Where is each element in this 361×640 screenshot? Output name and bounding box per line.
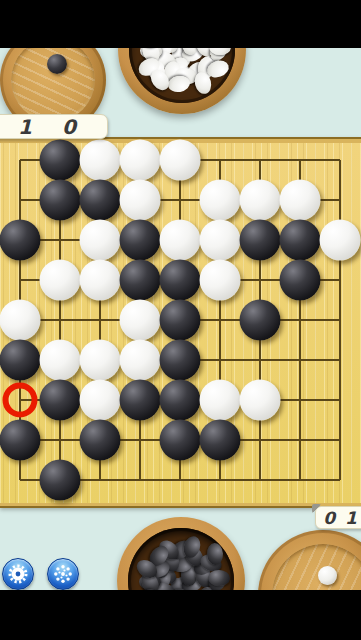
board-point[interactable] — [120, 300, 160, 340]
black-stone — [160, 420, 201, 461]
board-point[interactable] — [160, 420, 200, 460]
black-bowl-stone — [208, 569, 231, 586]
white-stone — [320, 220, 361, 261]
board-point[interactable] — [120, 220, 160, 260]
board-point[interactable] — [200, 420, 240, 460]
white-stone — [120, 340, 161, 381]
black-stone — [160, 380, 201, 421]
board-point[interactable] — [280, 340, 320, 380]
board-point[interactable] — [40, 180, 80, 220]
board-point[interactable] — [200, 300, 240, 340]
black-stone — [0, 420, 41, 461]
black-stone — [40, 460, 81, 501]
white-stone — [80, 340, 121, 381]
board-point[interactable] — [160, 260, 200, 300]
white-stone — [40, 340, 81, 381]
black-stone — [160, 260, 201, 301]
board-point[interactable] — [240, 300, 280, 340]
board-point[interactable] — [320, 140, 360, 180]
board-point[interactable] — [40, 300, 80, 340]
board-point[interactable] — [200, 220, 240, 260]
board-point[interactable] — [120, 140, 160, 180]
board-point[interactable] — [0, 340, 40, 380]
board-point[interactable] — [160, 180, 200, 220]
black-stone — [280, 220, 321, 261]
settings-button[interactable] — [2, 558, 34, 590]
board-point[interactable] — [40, 420, 80, 460]
black-bowl-stone — [206, 542, 223, 565]
white-stone — [280, 180, 321, 221]
board-point[interactable] — [80, 180, 120, 220]
board-point[interactable] — [240, 260, 280, 300]
board-point[interactable] — [240, 380, 280, 420]
board-point[interactable] — [120, 340, 160, 380]
bottom-capture-counter: 01 — [315, 506, 361, 529]
board-point[interactable] — [120, 260, 160, 300]
board-point[interactable] — [280, 380, 320, 420]
white-stone — [40, 260, 81, 301]
effects-button[interactable] — [47, 558, 79, 590]
top-capture-count: 10 — [18, 115, 106, 139]
board-point[interactable] — [0, 300, 40, 340]
board-point[interactable] — [240, 140, 280, 180]
white-stone — [200, 220, 241, 261]
letterbox-top — [0, 0, 361, 48]
black-stone — [160, 340, 201, 381]
red-circle-marker — [3, 383, 38, 418]
board-point[interactable] — [160, 140, 200, 180]
white-stone — [120, 140, 161, 181]
board-point[interactable] — [280, 180, 320, 220]
board-point[interactable] — [80, 380, 120, 420]
board-point[interactable] — [320, 300, 360, 340]
board-point[interactable] — [200, 380, 240, 420]
captured-white-stone — [318, 566, 337, 585]
board-point[interactable] — [240, 420, 280, 460]
board-point[interactable] — [320, 260, 360, 300]
white-stone — [80, 220, 121, 261]
black-stone — [240, 220, 281, 261]
board-point[interactable] — [160, 300, 200, 340]
white-stone — [240, 380, 281, 421]
board-point[interactable] — [40, 380, 80, 420]
board-point[interactable] — [120, 380, 160, 420]
black-stone — [40, 140, 81, 181]
white-stone — [80, 260, 121, 301]
board-point[interactable] — [80, 460, 120, 500]
board-point[interactable] — [0, 260, 40, 300]
black-stone — [120, 260, 161, 301]
board-point[interactable] — [320, 180, 360, 220]
black-stone — [0, 340, 41, 381]
board-point[interactable] — [120, 420, 160, 460]
board-point[interactable] — [40, 140, 80, 180]
black-stone — [0, 220, 41, 261]
white-stone — [80, 380, 121, 421]
white-stone — [160, 220, 201, 261]
board-point[interactable] — [40, 260, 80, 300]
go-board[interactable] — [0, 137, 361, 508]
black-stone — [40, 180, 81, 221]
board-point[interactable] — [80, 140, 120, 180]
board-point[interactable] — [240, 220, 280, 260]
bottom-capture-count: 01 — [323, 508, 361, 528]
board-point[interactable] — [240, 180, 280, 220]
board-point[interactable] — [80, 260, 120, 300]
lid-surface — [11, 38, 95, 122]
board-point[interactable] — [80, 220, 120, 260]
board-point[interactable] — [0, 380, 40, 420]
board-point[interactable] — [200, 180, 240, 220]
board-point[interactable] — [240, 460, 280, 500]
black-stone — [120, 220, 161, 261]
gear-icon — [6, 562, 30, 586]
board-point[interactable] — [280, 460, 320, 500]
board-point[interactable] — [0, 420, 40, 460]
board-point[interactable] — [160, 220, 200, 260]
board-point[interactable] — [0, 460, 40, 500]
board-point[interactable] — [40, 220, 80, 260]
board-point[interactable] — [320, 460, 360, 500]
board-point[interactable] — [40, 460, 80, 500]
black-stone — [80, 180, 121, 221]
black-stone — [280, 260, 321, 301]
white-stone — [200, 180, 241, 221]
sparkle-dots-icon — [51, 562, 75, 586]
board-point[interactable] — [280, 220, 320, 260]
board-point[interactable] — [160, 340, 200, 380]
white-stone — [160, 140, 201, 181]
white-stone — [200, 380, 241, 421]
board-point[interactable] — [120, 460, 160, 500]
white-stone — [0, 300, 41, 341]
captured-black-stone — [47, 54, 67, 74]
top-capture-counter: 10 — [0, 114, 108, 139]
white-stone — [80, 140, 121, 181]
board-stones-grid — [0, 140, 360, 500]
board-point[interactable] — [80, 340, 120, 380]
board-point[interactable] — [40, 340, 80, 380]
board-point[interactable] — [280, 260, 320, 300]
app-screen: 10 01 — [0, 0, 361, 640]
board-point[interactable] — [280, 420, 320, 460]
board-point[interactable] — [160, 380, 200, 420]
board-point[interactable] — [80, 420, 120, 460]
board-point[interactable] — [200, 460, 240, 500]
board-point[interactable] — [120, 180, 160, 220]
black-stone — [240, 300, 281, 341]
board-point[interactable] — [0, 220, 40, 260]
board-point[interactable] — [240, 340, 280, 380]
black-stone — [160, 300, 201, 341]
board-point[interactable] — [0, 140, 40, 180]
board-point[interactable] — [280, 300, 320, 340]
board-point[interactable] — [200, 260, 240, 300]
white-stone — [120, 180, 161, 221]
letterbox-bottom — [0, 590, 361, 640]
white-stone — [240, 180, 281, 221]
black-stone — [120, 380, 161, 421]
black-stone — [200, 420, 241, 461]
board-point[interactable] — [200, 340, 240, 380]
board-point[interactable] — [200, 140, 240, 180]
white-stone — [120, 300, 161, 341]
board-point[interactable] — [80, 300, 120, 340]
board-point[interactable] — [320, 220, 360, 260]
black-stone — [40, 380, 81, 421]
black-stone — [80, 420, 121, 461]
white-stone — [200, 260, 241, 301]
board-point[interactable] — [320, 420, 360, 460]
board-point[interactable] — [160, 460, 200, 500]
board-point[interactable] — [0, 180, 40, 220]
board-point[interactable] — [280, 140, 320, 180]
board-point[interactable] — [320, 380, 360, 420]
board-point[interactable] — [320, 340, 360, 380]
